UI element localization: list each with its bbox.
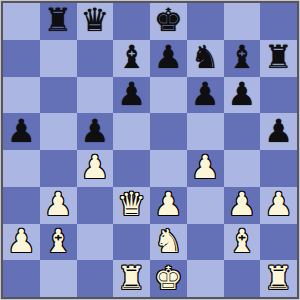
square-d5[interactable] [113, 113, 150, 150]
piece-black-rook: ♜ [44, 4, 73, 36]
square-a5[interactable]: ♟ [3, 113, 40, 150]
square-g2[interactable]: ♝ [224, 224, 261, 261]
square-f7[interactable]: ♞ [187, 40, 224, 77]
square-g1[interactable] [224, 260, 261, 297]
square-f3[interactable] [187, 187, 224, 224]
square-h7[interactable]: ♜ [260, 40, 297, 77]
piece-white-pawn: ♟ [264, 188, 293, 220]
square-b4[interactable] [40, 150, 77, 187]
square-d8[interactable] [113, 3, 150, 40]
square-g4[interactable] [224, 150, 261, 187]
square-a7[interactable] [3, 40, 40, 77]
square-a8[interactable] [3, 3, 40, 40]
square-f6[interactable]: ♟ [187, 77, 224, 114]
square-c6[interactable] [77, 77, 114, 114]
square-e8[interactable]: ♚ [150, 3, 187, 40]
square-d7[interactable]: ♝ [113, 40, 150, 77]
square-c5[interactable]: ♟ [77, 113, 114, 150]
square-e7[interactable]: ♟ [150, 40, 187, 77]
square-c4[interactable]: ♟ [77, 150, 114, 187]
piece-white-rook: ♜ [264, 262, 293, 294]
square-a3[interactable] [3, 187, 40, 224]
piece-black-pawn: ♟ [154, 41, 183, 73]
piece-white-pawn: ♟ [191, 151, 220, 183]
square-c1[interactable] [77, 260, 114, 297]
piece-black-pawn: ♟ [228, 78, 257, 110]
square-g8[interactable] [224, 3, 261, 40]
piece-white-king: ♚ [154, 262, 183, 294]
piece-black-pawn: ♟ [7, 115, 36, 147]
square-f4[interactable]: ♟ [187, 150, 224, 187]
square-h6[interactable] [260, 77, 297, 114]
square-f1[interactable] [187, 260, 224, 297]
square-e2[interactable]: ♞ [150, 224, 187, 261]
square-h1[interactable]: ♜ [260, 260, 297, 297]
piece-black-pawn: ♟ [117, 78, 146, 110]
square-b8[interactable]: ♜ [40, 3, 77, 40]
square-b1[interactable] [40, 260, 77, 297]
square-c7[interactable] [77, 40, 114, 77]
square-d6[interactable]: ♟ [113, 77, 150, 114]
square-e5[interactable] [150, 113, 187, 150]
piece-black-pawn: ♟ [81, 115, 110, 147]
square-d1[interactable]: ♜ [113, 260, 150, 297]
piece-white-pawn: ♟ [81, 151, 110, 183]
piece-white-bishop: ♝ [44, 225, 73, 257]
piece-black-bishop: ♝ [117, 41, 146, 73]
square-b2[interactable]: ♝ [40, 224, 77, 261]
square-e1[interactable]: ♚ [150, 260, 187, 297]
square-f8[interactable] [187, 3, 224, 40]
square-g6[interactable]: ♟ [224, 77, 261, 114]
square-e3[interactable]: ♟ [150, 187, 187, 224]
piece-white-pawn: ♟ [7, 225, 36, 257]
piece-white-pawn: ♟ [44, 188, 73, 220]
square-a2[interactable]: ♟ [3, 224, 40, 261]
square-h8[interactable] [260, 3, 297, 40]
square-h3[interactable]: ♟ [260, 187, 297, 224]
piece-white-queen: ♛ [117, 188, 146, 220]
square-e4[interactable] [150, 150, 187, 187]
piece-black-pawn: ♟ [191, 78, 220, 110]
piece-white-pawn: ♟ [154, 188, 183, 220]
square-g3[interactable]: ♟ [224, 187, 261, 224]
square-g7[interactable]: ♝ [224, 40, 261, 77]
square-g5[interactable] [224, 113, 261, 150]
square-c8[interactable]: ♛ [77, 3, 114, 40]
square-f2[interactable] [187, 224, 224, 261]
square-e6[interactable] [150, 77, 187, 114]
square-d3[interactable]: ♛ [113, 187, 150, 224]
piece-black-bishop: ♝ [228, 41, 257, 73]
piece-black-queen: ♛ [81, 4, 110, 36]
piece-black-king: ♚ [154, 4, 183, 36]
square-h5[interactable]: ♟ [260, 113, 297, 150]
square-h2[interactable] [260, 224, 297, 261]
square-d2[interactable] [113, 224, 150, 261]
square-b5[interactable] [40, 113, 77, 150]
square-d4[interactable] [113, 150, 150, 187]
square-a6[interactable] [3, 77, 40, 114]
square-h4[interactable] [260, 150, 297, 187]
square-f5[interactable] [187, 113, 224, 150]
piece-black-rook: ♜ [264, 41, 293, 73]
chess-board: ♜♛♚♝♟♞♝♜♟♟♟♟♟♟♟♟♟♛♟♟♟♟♝♞♝♜♚♜ [1, 1, 299, 299]
square-c3[interactable] [77, 187, 114, 224]
piece-white-knight: ♞ [154, 225, 183, 257]
square-b7[interactable] [40, 40, 77, 77]
piece-white-bishop: ♝ [228, 225, 257, 257]
chess-board-frame: ♜♛♚♝♟♞♝♜♟♟♟♟♟♟♟♟♟♛♟♟♟♟♝♞♝♜♚♜ [0, 0, 300, 300]
piece-black-pawn: ♟ [264, 115, 293, 147]
piece-black-knight: ♞ [191, 41, 220, 73]
piece-white-pawn: ♟ [228, 188, 257, 220]
square-a1[interactable] [3, 260, 40, 297]
piece-white-rook: ♜ [117, 262, 146, 294]
square-b3[interactable]: ♟ [40, 187, 77, 224]
square-a4[interactable] [3, 150, 40, 187]
square-c2[interactable] [77, 224, 114, 261]
square-b6[interactable] [40, 77, 77, 114]
